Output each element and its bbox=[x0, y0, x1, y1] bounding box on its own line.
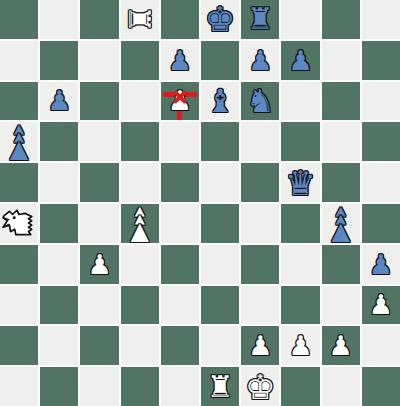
square-i1[interactable] bbox=[322, 367, 360, 406]
square-a4[interactable] bbox=[0, 245, 38, 284]
square-g1[interactable]: ♚ bbox=[241, 367, 279, 406]
square-c1[interactable] bbox=[80, 367, 118, 406]
square-a8[interactable] bbox=[0, 82, 38, 121]
square-a7[interactable]: ▲▲▲ bbox=[0, 122, 38, 161]
game-board: ♜♚♜♟♟♟♟♟♝♞▲▲▲♛▲▲▲▲▲▲♟♟♟♟♟♟♜♚ bbox=[0, 0, 400, 406]
square-d2[interactable] bbox=[121, 326, 159, 365]
white-pawn[interactable]: ♟ bbox=[362, 286, 400, 325]
square-f1[interactable]: ♜ bbox=[201, 367, 239, 406]
square-f5[interactable] bbox=[201, 204, 239, 243]
square-h5[interactable] bbox=[281, 204, 319, 243]
blue-arrow-pawn[interactable]: ▲▲▲ bbox=[0, 122, 38, 161]
square-i9[interactable] bbox=[322, 41, 360, 80]
square-i3[interactable] bbox=[322, 286, 360, 325]
square-c3[interactable] bbox=[80, 286, 118, 325]
square-g10[interactable]: ♜ bbox=[241, 0, 279, 39]
square-e5[interactable] bbox=[161, 204, 199, 243]
square-e2[interactable] bbox=[161, 326, 199, 365]
square-e6[interactable] bbox=[161, 163, 199, 202]
square-c5[interactable] bbox=[80, 204, 118, 243]
square-d6[interactable] bbox=[121, 163, 159, 202]
square-i2[interactable]: ♟ bbox=[322, 326, 360, 365]
square-g9[interactable]: ♟ bbox=[241, 41, 279, 80]
blue-knight[interactable]: ♞ bbox=[241, 82, 279, 121]
square-d10[interactable]: ♜ bbox=[121, 0, 159, 39]
square-g8[interactable]: ♞ bbox=[241, 82, 279, 121]
square-e7[interactable] bbox=[161, 122, 199, 161]
square-j5[interactable] bbox=[362, 204, 400, 243]
square-f7[interactable] bbox=[201, 122, 239, 161]
square-i8[interactable] bbox=[322, 82, 360, 121]
square-d9[interactable] bbox=[121, 41, 159, 80]
white-king[interactable]: ♚ bbox=[241, 367, 279, 406]
square-d8[interactable] bbox=[121, 82, 159, 121]
square-e8[interactable]: ♟ bbox=[161, 82, 199, 121]
square-a10[interactable] bbox=[0, 0, 38, 39]
white-pawn[interactable]: ♟ bbox=[281, 326, 319, 365]
square-b6[interactable] bbox=[40, 163, 78, 202]
square-h2[interactable]: ♟ bbox=[281, 326, 319, 365]
square-j1[interactable] bbox=[362, 367, 400, 406]
square-b3[interactable] bbox=[40, 286, 78, 325]
square-f2[interactable] bbox=[201, 326, 239, 365]
square-i5[interactable]: ▲▲▲ bbox=[322, 204, 360, 243]
white-wolf[interactable] bbox=[0, 204, 38, 243]
square-j3[interactable]: ♟ bbox=[362, 286, 400, 325]
square-h7[interactable] bbox=[281, 122, 319, 161]
blue-pawn[interactable]: ♟ bbox=[362, 245, 400, 284]
square-b4[interactable] bbox=[40, 245, 78, 284]
square-e1[interactable] bbox=[161, 367, 199, 406]
square-c4[interactable]: ♟ bbox=[80, 245, 118, 284]
square-e10[interactable] bbox=[161, 0, 199, 39]
square-g5[interactable] bbox=[241, 204, 279, 243]
square-j2[interactable] bbox=[362, 326, 400, 365]
square-c6[interactable] bbox=[80, 163, 118, 202]
square-i6[interactable] bbox=[322, 163, 360, 202]
blue-pawn[interactable]: ♟ bbox=[40, 82, 78, 121]
white-x-pawn[interactable]: ♟ bbox=[161, 82, 199, 121]
square-b7[interactable] bbox=[40, 122, 78, 161]
white-arrow-pawn[interactable]: ▲▲▲ bbox=[121, 204, 159, 243]
blue-arrow-pawn[interactable]: ▲▲▲ bbox=[322, 204, 360, 243]
square-f6[interactable] bbox=[201, 163, 239, 202]
square-b8[interactable]: ♟ bbox=[40, 82, 78, 121]
square-b9[interactable] bbox=[40, 41, 78, 80]
square-a9[interactable] bbox=[0, 41, 38, 80]
white-pawn[interactable]: ♟ bbox=[241, 326, 279, 365]
square-j6[interactable] bbox=[362, 163, 400, 202]
square-f9[interactable] bbox=[201, 41, 239, 80]
square-h6[interactable]: ♛ bbox=[281, 163, 319, 202]
square-c2[interactable] bbox=[80, 326, 118, 365]
blue-bishop[interactable]: ♝ bbox=[201, 82, 239, 121]
square-i4[interactable] bbox=[322, 245, 360, 284]
square-b1[interactable] bbox=[40, 367, 78, 406]
square-e3[interactable] bbox=[161, 286, 199, 325]
square-d7[interactable] bbox=[121, 122, 159, 161]
blue-rook[interactable]: ♜ bbox=[241, 0, 279, 39]
white-pawn[interactable]: ♟ bbox=[322, 326, 360, 365]
square-j10[interactable] bbox=[362, 0, 400, 39]
square-g7[interactable] bbox=[241, 122, 279, 161]
square-a2[interactable] bbox=[0, 326, 38, 365]
blue-pawn[interactable]: ♟ bbox=[241, 41, 279, 80]
square-g3[interactable] bbox=[241, 286, 279, 325]
square-e9[interactable]: ♟ bbox=[161, 41, 199, 80]
square-d1[interactable] bbox=[121, 367, 159, 406]
square-d4[interactable] bbox=[121, 245, 159, 284]
square-h8[interactable] bbox=[281, 82, 319, 121]
square-d3[interactable] bbox=[121, 286, 159, 325]
blue-pawn[interactable]: ♟ bbox=[161, 41, 199, 80]
white-pawn[interactable]: ♟ bbox=[80, 245, 118, 284]
square-h3[interactable] bbox=[281, 286, 319, 325]
square-g2[interactable]: ♟ bbox=[241, 326, 279, 365]
square-a1[interactable] bbox=[0, 367, 38, 406]
square-h4[interactable] bbox=[281, 245, 319, 284]
square-g4[interactable] bbox=[241, 245, 279, 284]
square-a3[interactable] bbox=[0, 286, 38, 325]
square-c9[interactable] bbox=[80, 41, 118, 80]
square-a5[interactable] bbox=[0, 204, 38, 243]
square-i10[interactable] bbox=[322, 0, 360, 39]
square-c7[interactable] bbox=[80, 122, 118, 161]
square-h10[interactable] bbox=[281, 0, 319, 39]
square-a6[interactable] bbox=[0, 163, 38, 202]
square-d5[interactable]: ▲▲▲ bbox=[121, 204, 159, 243]
square-j8[interactable] bbox=[362, 82, 400, 121]
square-f3[interactable] bbox=[201, 286, 239, 325]
square-e4[interactable] bbox=[161, 245, 199, 284]
blue-king[interactable]: ♚ bbox=[201, 0, 239, 39]
white-rook[interactable]: ♜ bbox=[201, 367, 239, 406]
square-h9[interactable]: ♟ bbox=[281, 41, 319, 80]
square-h1[interactable] bbox=[281, 367, 319, 406]
square-f8[interactable]: ♝ bbox=[201, 82, 239, 121]
square-c10[interactable] bbox=[80, 0, 118, 39]
white-tower-rook[interactable]: ♜ bbox=[121, 0, 159, 39]
square-g6[interactable] bbox=[241, 163, 279, 202]
square-j4[interactable]: ♟ bbox=[362, 245, 400, 284]
square-f4[interactable] bbox=[201, 245, 239, 284]
square-c8[interactable] bbox=[80, 82, 118, 121]
square-j9[interactable] bbox=[362, 41, 400, 80]
square-j7[interactable] bbox=[362, 122, 400, 161]
blue-queen[interactable]: ♛ bbox=[281, 163, 319, 202]
square-b10[interactable] bbox=[40, 0, 78, 39]
blue-pawn[interactable]: ♟ bbox=[281, 41, 319, 80]
square-i7[interactable] bbox=[322, 122, 360, 161]
wolf-icon bbox=[2, 208, 36, 238]
square-b5[interactable] bbox=[40, 204, 78, 243]
square-f10[interactable]: ♚ bbox=[201, 0, 239, 39]
square-b2[interactable] bbox=[40, 326, 78, 365]
